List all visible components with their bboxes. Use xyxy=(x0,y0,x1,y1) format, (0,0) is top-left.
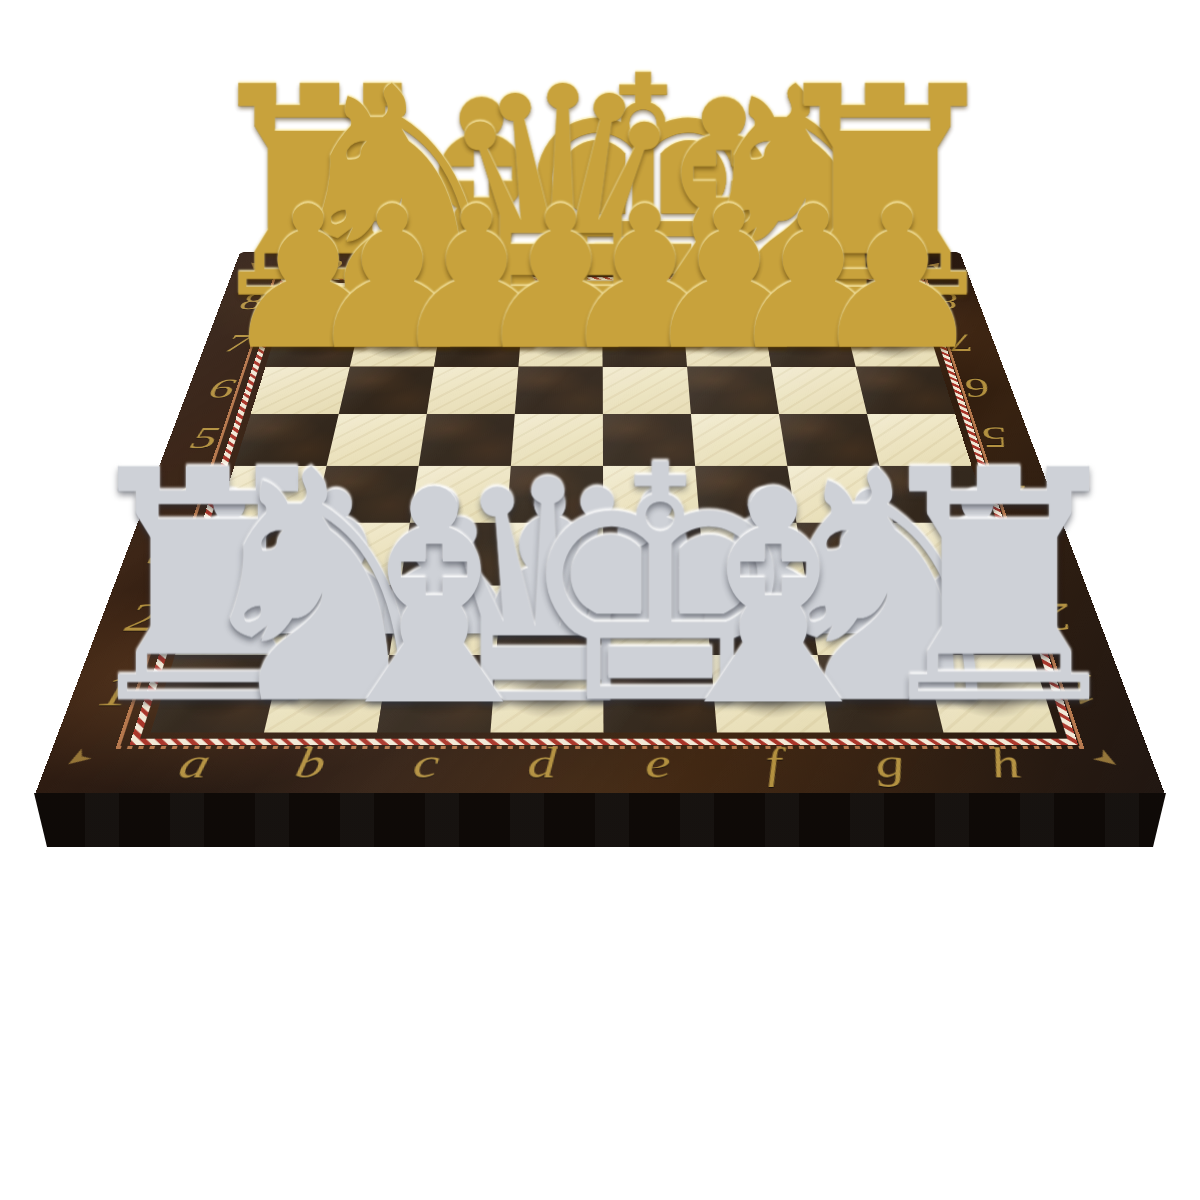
file-label-bottom-b: b xyxy=(245,730,374,797)
board-field: ♜♞♝♛♚♝♞♜♟♟♟♟♟♟♟♟♟♟♟♟♟♟♟♟♜♞♝♛♚♝♞♜ xyxy=(151,283,1057,733)
file-label-bottom-g: g xyxy=(826,730,955,797)
chess-board: ♜♞♝♛♚♝♞♜♟♟♟♟♟♟♟♟♟♟♟♟♟♟♟♟♜♞♝♛♚♝♞♜ aabbccd… xyxy=(34,252,1166,796)
corner-ornament-3: ➤ xyxy=(1087,744,1125,773)
square-f1[interactable]: ♝ xyxy=(711,655,831,732)
file-label-bottom-a: a xyxy=(127,730,261,797)
piece-white-bishop-f1[interactable]: ♝ xyxy=(641,470,905,729)
file-label-bottom-c: c xyxy=(363,730,487,797)
board-scene: ♜♞♝♛♚♝♞♜♟♟♟♟♟♟♟♟♟♟♟♟♟♟♟♟♜♞♝♛♚♝♞♜ aabbccd… xyxy=(0,0,1200,1200)
copper-pinline-trim: ♜♞♝♛♚♝♞♜♟♟♟♟♟♟♟♟♟♟♟♟♟♟♟♟♜♞♝♛♚♝♞♜ xyxy=(116,273,1084,749)
file-label-bottom-d: d xyxy=(482,730,600,797)
rope-trim: ♜♞♝♛♚♝♞♜♟♟♟♟♟♟♟♟♟♟♟♟♟♟♟♟♜♞♝♛♚♝♞♜ xyxy=(129,277,1078,745)
square-c1[interactable]: ♝ xyxy=(377,655,496,732)
file-label-bottom-e: e xyxy=(600,730,718,797)
square-h7[interactable]: ♟ xyxy=(845,323,940,367)
file-label-bottom-f: f xyxy=(713,730,837,797)
file-label-bottom-h: h xyxy=(939,730,1073,797)
square-h1[interactable]: ♜ xyxy=(925,655,1057,732)
product-photo-canvas: ♜♞♝♛♚♝♞♜♟♟♟♟♟♟♟♟♟♟♟♟♟♟♟♟♜♞♝♛♚♝♞♜ aabbccd… xyxy=(0,0,1200,1200)
corner-ornament-2: ➤ xyxy=(60,744,98,773)
piece-black-pawn-h7[interactable]: ♟ xyxy=(809,192,985,365)
